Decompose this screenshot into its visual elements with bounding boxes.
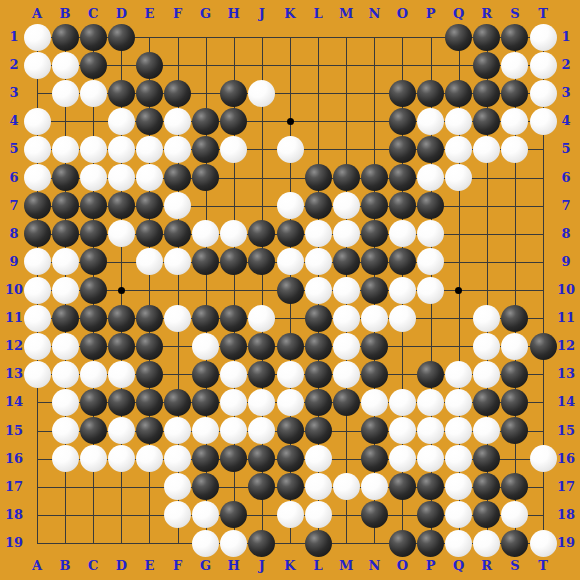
intersection-K2[interactable]	[276, 51, 304, 79]
intersection-L16[interactable]	[304, 445, 332, 473]
intersection-O7[interactable]	[388, 192, 416, 220]
intersection-G13[interactable]	[192, 360, 220, 388]
intersection-R19[interactable]	[473, 529, 501, 557]
intersection-C1[interactable]	[79, 23, 107, 51]
intersection-Q7[interactable]	[445, 192, 473, 220]
intersection-J4[interactable]	[248, 107, 276, 135]
intersection-F6[interactable]	[164, 164, 192, 192]
intersection-T3[interactable]	[529, 79, 557, 107]
intersection-O12[interactable]	[388, 332, 416, 360]
intersection-E14[interactable]	[135, 388, 163, 416]
intersection-E19[interactable]	[135, 529, 163, 557]
intersection-L11[interactable]	[304, 304, 332, 332]
intersection-G18[interactable]	[192, 501, 220, 529]
intersection-H2[interactable]	[220, 51, 248, 79]
intersection-K9[interactable]	[276, 248, 304, 276]
intersection-M9[interactable]	[332, 248, 360, 276]
intersection-S8[interactable]	[501, 220, 529, 248]
intersection-N14[interactable]	[360, 388, 388, 416]
intersection-S2[interactable]	[501, 51, 529, 79]
intersection-C18[interactable]	[79, 501, 107, 529]
intersection-J18[interactable]	[248, 501, 276, 529]
intersection-J16[interactable]	[248, 445, 276, 473]
intersection-L2[interactable]	[304, 51, 332, 79]
intersection-L6[interactable]	[304, 164, 332, 192]
intersection-K11[interactable]	[276, 304, 304, 332]
intersection-N7[interactable]	[360, 192, 388, 220]
intersection-F13[interactable]	[164, 360, 192, 388]
intersection-A6[interactable]	[23, 164, 51, 192]
intersection-G9[interactable]	[192, 248, 220, 276]
intersection-D13[interactable]	[107, 360, 135, 388]
intersection-B9[interactable]	[51, 248, 79, 276]
intersection-N19[interactable]	[360, 529, 388, 557]
intersection-T8[interactable]	[529, 220, 557, 248]
intersection-Q13[interactable]	[445, 360, 473, 388]
intersection-J15[interactable]	[248, 417, 276, 445]
intersection-Q5[interactable]	[445, 135, 473, 163]
intersection-D7[interactable]	[107, 192, 135, 220]
intersection-L19[interactable]	[304, 529, 332, 557]
intersection-C11[interactable]	[79, 304, 107, 332]
intersection-R9[interactable]	[473, 248, 501, 276]
intersection-T18[interactable]	[529, 501, 557, 529]
intersection-P12[interactable]	[417, 332, 445, 360]
intersection-C19[interactable]	[79, 529, 107, 557]
intersection-H4[interactable]	[220, 107, 248, 135]
intersection-T1[interactable]	[529, 23, 557, 51]
intersection-T17[interactable]	[529, 473, 557, 501]
intersection-C6[interactable]	[79, 164, 107, 192]
intersection-B15[interactable]	[51, 417, 79, 445]
intersection-H19[interactable]	[220, 529, 248, 557]
intersection-B6[interactable]	[51, 164, 79, 192]
intersection-E11[interactable]	[135, 304, 163, 332]
intersection-M12[interactable]	[332, 332, 360, 360]
intersection-C14[interactable]	[79, 388, 107, 416]
intersection-A15[interactable]	[23, 417, 51, 445]
intersection-L4[interactable]	[304, 107, 332, 135]
intersection-O13[interactable]	[388, 360, 416, 388]
intersection-A3[interactable]	[23, 79, 51, 107]
intersection-D8[interactable]	[107, 220, 135, 248]
intersection-A16[interactable]	[23, 445, 51, 473]
intersection-J9[interactable]	[248, 248, 276, 276]
intersection-L13[interactable]	[304, 360, 332, 388]
intersection-J7[interactable]	[248, 192, 276, 220]
intersection-B4[interactable]	[51, 107, 79, 135]
intersection-P4[interactable]	[417, 107, 445, 135]
intersection-F19[interactable]	[164, 529, 192, 557]
intersection-Q8[interactable]	[445, 220, 473, 248]
intersection-L3[interactable]	[304, 79, 332, 107]
intersection-S10[interactable]	[501, 276, 529, 304]
intersection-K6[interactable]	[276, 164, 304, 192]
intersection-C5[interactable]	[79, 135, 107, 163]
intersection-S12[interactable]	[501, 332, 529, 360]
intersection-C9[interactable]	[79, 248, 107, 276]
intersection-N2[interactable]	[360, 51, 388, 79]
intersection-A14[interactable]	[23, 388, 51, 416]
intersection-Q3[interactable]	[445, 79, 473, 107]
intersection-C12[interactable]	[79, 332, 107, 360]
intersection-M2[interactable]	[332, 51, 360, 79]
intersection-H1[interactable]	[220, 23, 248, 51]
intersection-G10[interactable]	[192, 276, 220, 304]
intersection-H12[interactable]	[220, 332, 248, 360]
intersection-H16[interactable]	[220, 445, 248, 473]
intersection-P11[interactable]	[417, 304, 445, 332]
intersection-B13[interactable]	[51, 360, 79, 388]
intersection-A10[interactable]	[23, 276, 51, 304]
intersection-A17[interactable]	[23, 473, 51, 501]
intersection-H7[interactable]	[220, 192, 248, 220]
intersection-F11[interactable]	[164, 304, 192, 332]
intersection-O5[interactable]	[388, 135, 416, 163]
intersection-T2[interactable]	[529, 51, 557, 79]
intersection-M8[interactable]	[332, 220, 360, 248]
intersection-B16[interactable]	[51, 445, 79, 473]
intersection-F4[interactable]	[164, 107, 192, 135]
intersection-P2[interactable]	[417, 51, 445, 79]
intersection-J11[interactable]	[248, 304, 276, 332]
intersection-C15[interactable]	[79, 417, 107, 445]
intersection-B7[interactable]	[51, 192, 79, 220]
intersection-T16[interactable]	[529, 445, 557, 473]
intersection-G17[interactable]	[192, 473, 220, 501]
intersection-T5[interactable]	[529, 135, 557, 163]
intersection-M19[interactable]	[332, 529, 360, 557]
intersection-F5[interactable]	[164, 135, 192, 163]
intersection-K19[interactable]	[276, 529, 304, 557]
intersection-D6[interactable]	[107, 164, 135, 192]
intersection-Q1[interactable]	[445, 23, 473, 51]
intersection-E16[interactable]	[135, 445, 163, 473]
intersection-E17[interactable]	[135, 473, 163, 501]
intersection-E3[interactable]	[135, 79, 163, 107]
intersection-O2[interactable]	[388, 51, 416, 79]
intersection-K14[interactable]	[276, 388, 304, 416]
intersection-N4[interactable]	[360, 107, 388, 135]
intersection-A18[interactable]	[23, 501, 51, 529]
intersection-H9[interactable]	[220, 248, 248, 276]
intersection-A13[interactable]	[23, 360, 51, 388]
intersection-O1[interactable]	[388, 23, 416, 51]
intersection-R5[interactable]	[473, 135, 501, 163]
intersection-K10[interactable]	[276, 276, 304, 304]
intersection-P7[interactable]	[417, 192, 445, 220]
intersection-D3[interactable]	[107, 79, 135, 107]
intersection-O19[interactable]	[388, 529, 416, 557]
intersection-B3[interactable]	[51, 79, 79, 107]
intersection-K12[interactable]	[276, 332, 304, 360]
intersection-A2[interactable]	[23, 51, 51, 79]
intersection-F2[interactable]	[164, 51, 192, 79]
intersection-D15[interactable]	[107, 417, 135, 445]
intersection-A4[interactable]	[23, 107, 51, 135]
intersection-D2[interactable]	[107, 51, 135, 79]
intersection-D18[interactable]	[107, 501, 135, 529]
intersection-O16[interactable]	[388, 445, 416, 473]
intersection-E18[interactable]	[135, 501, 163, 529]
intersection-E13[interactable]	[135, 360, 163, 388]
intersection-S4[interactable]	[501, 107, 529, 135]
intersection-D9[interactable]	[107, 248, 135, 276]
intersection-E1[interactable]	[135, 23, 163, 51]
intersection-T6[interactable]	[529, 164, 557, 192]
intersection-C10[interactable]	[79, 276, 107, 304]
intersection-P5[interactable]	[417, 135, 445, 163]
intersection-E8[interactable]	[135, 220, 163, 248]
intersection-T13[interactable]	[529, 360, 557, 388]
intersection-O3[interactable]	[388, 79, 416, 107]
intersection-A8[interactable]	[23, 220, 51, 248]
intersection-E2[interactable]	[135, 51, 163, 79]
intersection-J14[interactable]	[248, 388, 276, 416]
intersection-D19[interactable]	[107, 529, 135, 557]
intersection-F15[interactable]	[164, 417, 192, 445]
intersection-M6[interactable]	[332, 164, 360, 192]
intersection-N17[interactable]	[360, 473, 388, 501]
intersection-D1[interactable]	[107, 23, 135, 51]
intersection-D17[interactable]	[107, 473, 135, 501]
intersection-C8[interactable]	[79, 220, 107, 248]
intersection-N5[interactable]	[360, 135, 388, 163]
intersection-M3[interactable]	[332, 79, 360, 107]
intersection-Q6[interactable]	[445, 164, 473, 192]
intersection-A5[interactable]	[23, 135, 51, 163]
intersection-G14[interactable]	[192, 388, 220, 416]
intersection-F14[interactable]	[164, 388, 192, 416]
intersection-D16[interactable]	[107, 445, 135, 473]
intersection-E7[interactable]	[135, 192, 163, 220]
intersection-R8[interactable]	[473, 220, 501, 248]
intersection-P1[interactable]	[417, 23, 445, 51]
intersection-H15[interactable]	[220, 417, 248, 445]
intersection-B14[interactable]	[51, 388, 79, 416]
intersection-F16[interactable]	[164, 445, 192, 473]
intersection-T4[interactable]	[529, 107, 557, 135]
intersection-T9[interactable]	[529, 248, 557, 276]
intersection-H10[interactable]	[220, 276, 248, 304]
intersection-H13[interactable]	[220, 360, 248, 388]
intersection-H17[interactable]	[220, 473, 248, 501]
intersection-H6[interactable]	[220, 164, 248, 192]
intersection-M14[interactable]	[332, 388, 360, 416]
intersection-M18[interactable]	[332, 501, 360, 529]
intersection-M10[interactable]	[332, 276, 360, 304]
intersection-K17[interactable]	[276, 473, 304, 501]
intersection-Q12[interactable]	[445, 332, 473, 360]
intersection-N6[interactable]	[360, 164, 388, 192]
intersection-R14[interactable]	[473, 388, 501, 416]
intersection-N11[interactable]	[360, 304, 388, 332]
intersection-N15[interactable]	[360, 417, 388, 445]
intersection-P6[interactable]	[417, 164, 445, 192]
intersection-S17[interactable]	[501, 473, 529, 501]
intersection-T7[interactable]	[529, 192, 557, 220]
intersection-R3[interactable]	[473, 79, 501, 107]
intersection-S1[interactable]	[501, 23, 529, 51]
intersection-B19[interactable]	[51, 529, 79, 557]
intersection-K8[interactable]	[276, 220, 304, 248]
intersection-B10[interactable]	[51, 276, 79, 304]
intersection-A1[interactable]	[23, 23, 51, 51]
intersection-C17[interactable]	[79, 473, 107, 501]
intersection-H11[interactable]	[220, 304, 248, 332]
intersection-C2[interactable]	[79, 51, 107, 79]
intersection-F8[interactable]	[164, 220, 192, 248]
intersection-P19[interactable]	[417, 529, 445, 557]
intersection-C4[interactable]	[79, 107, 107, 135]
intersection-O18[interactable]	[388, 501, 416, 529]
intersection-O6[interactable]	[388, 164, 416, 192]
intersection-O11[interactable]	[388, 304, 416, 332]
intersection-R1[interactable]	[473, 23, 501, 51]
intersection-A7[interactable]	[23, 192, 51, 220]
intersection-T12[interactable]	[529, 332, 557, 360]
intersection-E9[interactable]	[135, 248, 163, 276]
intersection-R6[interactable]	[473, 164, 501, 192]
intersection-G5[interactable]	[192, 135, 220, 163]
intersection-M11[interactable]	[332, 304, 360, 332]
intersection-K4[interactable]	[276, 107, 304, 135]
intersection-M1[interactable]	[332, 23, 360, 51]
intersection-D10[interactable]	[107, 276, 135, 304]
intersection-S14[interactable]	[501, 388, 529, 416]
intersection-T15[interactable]	[529, 417, 557, 445]
intersection-L8[interactable]	[304, 220, 332, 248]
intersection-J2[interactable]	[248, 51, 276, 79]
intersection-F9[interactable]	[164, 248, 192, 276]
intersection-E4[interactable]	[135, 107, 163, 135]
intersection-S11[interactable]	[501, 304, 529, 332]
intersection-R17[interactable]	[473, 473, 501, 501]
intersection-K16[interactable]	[276, 445, 304, 473]
intersection-A9[interactable]	[23, 248, 51, 276]
intersection-B8[interactable]	[51, 220, 79, 248]
intersection-M4[interactable]	[332, 107, 360, 135]
intersection-S7[interactable]	[501, 192, 529, 220]
intersection-J5[interactable]	[248, 135, 276, 163]
intersection-S3[interactable]	[501, 79, 529, 107]
intersection-S6[interactable]	[501, 164, 529, 192]
intersection-P8[interactable]	[417, 220, 445, 248]
intersection-H3[interactable]	[220, 79, 248, 107]
intersection-L14[interactable]	[304, 388, 332, 416]
intersection-S18[interactable]	[501, 501, 529, 529]
intersection-G1[interactable]	[192, 23, 220, 51]
intersection-J6[interactable]	[248, 164, 276, 192]
intersection-O10[interactable]	[388, 276, 416, 304]
intersection-N3[interactable]	[360, 79, 388, 107]
intersection-Q18[interactable]	[445, 501, 473, 529]
intersection-N1[interactable]	[360, 23, 388, 51]
intersection-C13[interactable]	[79, 360, 107, 388]
intersection-O8[interactable]	[388, 220, 416, 248]
intersection-L7[interactable]	[304, 192, 332, 220]
intersection-D12[interactable]	[107, 332, 135, 360]
intersection-L10[interactable]	[304, 276, 332, 304]
intersection-A19[interactable]	[23, 529, 51, 557]
intersection-F3[interactable]	[164, 79, 192, 107]
intersection-L18[interactable]	[304, 501, 332, 529]
intersection-P17[interactable]	[417, 473, 445, 501]
intersection-G3[interactable]	[192, 79, 220, 107]
intersection-E5[interactable]	[135, 135, 163, 163]
intersection-K3[interactable]	[276, 79, 304, 107]
intersection-O15[interactable]	[388, 417, 416, 445]
intersection-F12[interactable]	[164, 332, 192, 360]
intersection-A12[interactable]	[23, 332, 51, 360]
intersection-E12[interactable]	[135, 332, 163, 360]
intersection-P16[interactable]	[417, 445, 445, 473]
intersection-Q2[interactable]	[445, 51, 473, 79]
intersection-T14[interactable]	[529, 388, 557, 416]
intersection-R12[interactable]	[473, 332, 501, 360]
intersection-O9[interactable]	[388, 248, 416, 276]
intersection-S16[interactable]	[501, 445, 529, 473]
intersection-D14[interactable]	[107, 388, 135, 416]
intersection-L9[interactable]	[304, 248, 332, 276]
intersection-F10[interactable]	[164, 276, 192, 304]
intersection-L15[interactable]	[304, 417, 332, 445]
intersection-Q16[interactable]	[445, 445, 473, 473]
intersection-S9[interactable]	[501, 248, 529, 276]
intersection-L17[interactable]	[304, 473, 332, 501]
intersection-N16[interactable]	[360, 445, 388, 473]
intersection-G16[interactable]	[192, 445, 220, 473]
intersection-J13[interactable]	[248, 360, 276, 388]
intersection-P9[interactable]	[417, 248, 445, 276]
intersection-Q17[interactable]	[445, 473, 473, 501]
intersection-R15[interactable]	[473, 417, 501, 445]
intersection-D4[interactable]	[107, 107, 135, 135]
intersection-R18[interactable]	[473, 501, 501, 529]
intersection-P13[interactable]	[417, 360, 445, 388]
intersection-L12[interactable]	[304, 332, 332, 360]
intersection-F18[interactable]	[164, 501, 192, 529]
intersection-N10[interactable]	[360, 276, 388, 304]
intersection-G4[interactable]	[192, 107, 220, 135]
intersection-F7[interactable]	[164, 192, 192, 220]
intersection-M17[interactable]	[332, 473, 360, 501]
intersection-K15[interactable]	[276, 417, 304, 445]
intersection-E10[interactable]	[135, 276, 163, 304]
intersection-E6[interactable]	[135, 164, 163, 192]
intersection-J3[interactable]	[248, 79, 276, 107]
intersection-S19[interactable]	[501, 529, 529, 557]
intersection-R10[interactable]	[473, 276, 501, 304]
intersection-H5[interactable]	[220, 135, 248, 163]
intersection-R16[interactable]	[473, 445, 501, 473]
intersection-M15[interactable]	[332, 417, 360, 445]
intersection-K7[interactable]	[276, 192, 304, 220]
intersection-H8[interactable]	[220, 220, 248, 248]
intersection-B11[interactable]	[51, 304, 79, 332]
intersection-G15[interactable]	[192, 417, 220, 445]
intersection-Q9[interactable]	[445, 248, 473, 276]
intersection-N13[interactable]	[360, 360, 388, 388]
intersection-J12[interactable]	[248, 332, 276, 360]
intersection-G11[interactable]	[192, 304, 220, 332]
intersection-P18[interactable]	[417, 501, 445, 529]
intersection-T10[interactable]	[529, 276, 557, 304]
intersection-B2[interactable]	[51, 51, 79, 79]
intersection-R4[interactable]	[473, 107, 501, 135]
intersection-N9[interactable]	[360, 248, 388, 276]
intersection-H18[interactable]	[220, 501, 248, 529]
